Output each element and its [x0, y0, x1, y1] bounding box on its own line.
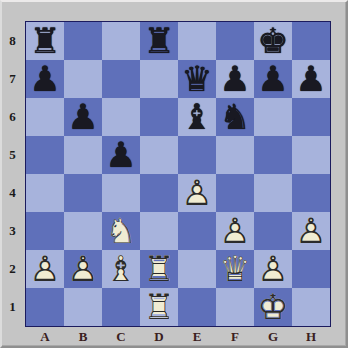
square-b1[interactable] [64, 288, 102, 326]
white-piece-outline: ♙ [26, 250, 64, 288]
piece-black-pawn: ♟ [64, 98, 102, 136]
rank-labels: 87654321 [0, 22, 25, 326]
square-b3[interactable] [64, 212, 102, 250]
square-g8[interactable]: ♚ [254, 22, 292, 60]
square-f5[interactable] [216, 136, 254, 174]
black-piece-fill: ♟ [102, 136, 140, 174]
piece-white-knight: ♞♘ [102, 212, 140, 250]
square-h2[interactable] [292, 250, 330, 288]
square-e4[interactable]: ♟♙ [178, 174, 216, 212]
black-piece-fill: ♝ [178, 98, 216, 136]
piece-black-pawn: ♟ [254, 60, 292, 98]
piece-black-knight: ♞ [216, 98, 254, 136]
piece-black-rook: ♜ [26, 22, 64, 60]
square-b2[interactable]: ♟♙ [64, 250, 102, 288]
rank-label-5: 5 [0, 136, 25, 174]
square-f8[interactable] [216, 22, 254, 60]
square-b7[interactable] [64, 60, 102, 98]
piece-black-bishop: ♝ [178, 98, 216, 136]
piece-white-king: ♚♔ [254, 288, 292, 326]
square-d6[interactable] [140, 98, 178, 136]
square-c8[interactable] [102, 22, 140, 60]
square-c6[interactable] [102, 98, 140, 136]
piece-white-rook: ♜♖ [140, 288, 178, 326]
square-h6[interactable] [292, 98, 330, 136]
piece-black-king: ♚ [254, 22, 292, 60]
file-label-f: F [216, 327, 254, 347]
white-piece-outline: ♙ [64, 250, 102, 288]
square-d4[interactable] [140, 174, 178, 212]
rank-label-3: 3 [0, 212, 25, 250]
white-piece-outline: ♗ [102, 250, 140, 288]
square-a7[interactable]: ♟ [26, 60, 64, 98]
white-piece-outline: ♙ [178, 174, 216, 212]
piece-white-rook: ♜♖ [140, 250, 178, 288]
rank-label-1: 1 [0, 288, 25, 326]
square-c2[interactable]: ♝♗ [102, 250, 140, 288]
square-h4[interactable] [292, 174, 330, 212]
square-c1[interactable] [102, 288, 140, 326]
file-label-a: A [26, 327, 64, 347]
chess-board: ♜♜♚♟♛♟♟♟♟♝♞♟♟♙♞♘♟♙♟♙♟♙♟♙♝♗♜♖♛♕♟♙♜♖♚♔ [25, 21, 331, 327]
black-piece-fill: ♟ [64, 98, 102, 136]
black-piece-fill: ♞ [216, 98, 254, 136]
piece-white-pawn: ♟♙ [216, 212, 254, 250]
piece-black-pawn: ♟ [292, 60, 330, 98]
white-piece-outline: ♙ [254, 250, 292, 288]
file-label-d: D [140, 327, 178, 347]
square-g3[interactable] [254, 212, 292, 250]
square-g5[interactable] [254, 136, 292, 174]
square-b4[interactable] [64, 174, 102, 212]
piece-white-pawn: ♟♙ [64, 250, 102, 288]
white-piece-outline: ♖ [140, 250, 178, 288]
piece-black-rook: ♜ [140, 22, 178, 60]
square-b5[interactable] [64, 136, 102, 174]
piece-white-pawn: ♟♙ [178, 174, 216, 212]
square-f6[interactable]: ♞ [216, 98, 254, 136]
square-h7[interactable]: ♟ [292, 60, 330, 98]
rank-label-2: 2 [0, 250, 25, 288]
file-label-e: E [178, 327, 216, 347]
rank-label-4: 4 [0, 174, 25, 212]
file-label-g: G [254, 327, 292, 347]
square-g4[interactable] [254, 174, 292, 212]
piece-black-pawn: ♟ [216, 60, 254, 98]
square-a5[interactable] [26, 136, 64, 174]
square-g1[interactable]: ♚♔ [254, 288, 292, 326]
square-e8[interactable] [178, 22, 216, 60]
square-d1[interactable]: ♜♖ [140, 288, 178, 326]
rank-label-8: 8 [0, 22, 25, 60]
black-piece-fill: ♟ [254, 60, 292, 98]
square-d2[interactable]: ♜♖ [140, 250, 178, 288]
square-f2[interactable]: ♛♕ [216, 250, 254, 288]
square-f3[interactable]: ♟♙ [216, 212, 254, 250]
black-piece-fill: ♜ [140, 22, 178, 60]
square-a2[interactable]: ♟♙ [26, 250, 64, 288]
file-label-h: H [292, 327, 330, 347]
square-b8[interactable] [64, 22, 102, 60]
square-c3[interactable]: ♞♘ [102, 212, 140, 250]
white-piece-outline: ♖ [140, 288, 178, 326]
square-e5[interactable] [178, 136, 216, 174]
square-d8[interactable]: ♜ [140, 22, 178, 60]
square-g7[interactable]: ♟ [254, 60, 292, 98]
square-f7[interactable]: ♟ [216, 60, 254, 98]
square-e3[interactable] [178, 212, 216, 250]
square-h1[interactable] [292, 288, 330, 326]
square-e2[interactable] [178, 250, 216, 288]
piece-black-pawn: ♟ [102, 136, 140, 174]
square-b6[interactable]: ♟ [64, 98, 102, 136]
square-h5[interactable] [292, 136, 330, 174]
piece-black-pawn: ♟ [26, 60, 64, 98]
white-piece-outline: ♔ [254, 288, 292, 326]
square-d5[interactable] [140, 136, 178, 174]
square-c4[interactable] [102, 174, 140, 212]
square-e6[interactable]: ♝ [178, 98, 216, 136]
square-a6[interactable] [26, 98, 64, 136]
black-piece-fill: ♟ [216, 60, 254, 98]
rank-label-7: 7 [0, 60, 25, 98]
square-d3[interactable] [140, 212, 178, 250]
file-labels: ABCDEFGH [26, 327, 330, 347]
rank-label-6: 6 [0, 98, 25, 136]
black-piece-fill: ♛ [178, 60, 216, 98]
piece-white-queen: ♛♕ [216, 250, 254, 288]
piece-white-pawn: ♟♙ [26, 250, 64, 288]
file-label-b: B [64, 327, 102, 347]
piece-black-queen: ♛ [178, 60, 216, 98]
black-piece-fill: ♟ [292, 60, 330, 98]
white-piece-outline: ♕ [216, 250, 254, 288]
black-piece-fill: ♜ [26, 22, 64, 60]
white-piece-outline: ♙ [216, 212, 254, 250]
square-a4[interactable] [26, 174, 64, 212]
square-a1[interactable] [26, 288, 64, 326]
square-e1[interactable] [178, 288, 216, 326]
square-g6[interactable] [254, 98, 292, 136]
piece-white-pawn: ♟♙ [292, 212, 330, 250]
square-e7[interactable]: ♛ [178, 60, 216, 98]
square-h3[interactable]: ♟♙ [292, 212, 330, 250]
square-h8[interactable] [292, 22, 330, 60]
white-piece-outline: ♘ [102, 212, 140, 250]
square-g2[interactable]: ♟♙ [254, 250, 292, 288]
piece-white-pawn: ♟♙ [254, 250, 292, 288]
piece-white-bishop: ♝♗ [102, 250, 140, 288]
square-a8[interactable]: ♜ [26, 22, 64, 60]
square-a3[interactable] [26, 212, 64, 250]
square-c5[interactable]: ♟ [102, 136, 140, 174]
black-piece-fill: ♚ [254, 22, 292, 60]
black-piece-fill: ♟ [26, 60, 64, 98]
square-f1[interactable] [216, 288, 254, 326]
white-piece-outline: ♙ [292, 212, 330, 250]
square-f4[interactable] [216, 174, 254, 212]
square-d7[interactable] [140, 60, 178, 98]
file-label-c: C [102, 327, 140, 347]
square-c7[interactable] [102, 60, 140, 98]
